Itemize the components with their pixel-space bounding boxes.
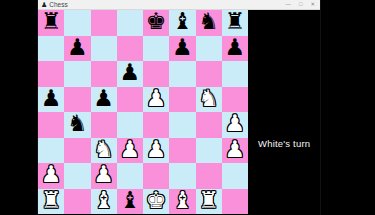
app-icon: ♟ <box>41 1 47 8</box>
square-e1[interactable]: ♚ <box>143 189 169 215</box>
title-bar[interactable]: ♟ Chess — □ ✕ <box>38 0 320 10</box>
square-c8[interactable] <box>91 10 117 36</box>
square-c5[interactable]: ♟ <box>91 87 117 113</box>
square-e3[interactable]: ♟ <box>143 138 169 164</box>
square-f3[interactable] <box>169 138 195 164</box>
square-f2[interactable] <box>169 163 195 189</box>
square-b2[interactable] <box>64 163 90 189</box>
square-h4[interactable]: ♟ <box>222 112 248 138</box>
square-f1[interactable]: ♝ <box>169 189 195 215</box>
square-g8[interactable]: ♞ <box>196 10 222 36</box>
square-h6[interactable] <box>222 61 248 87</box>
square-c6[interactable] <box>91 61 117 87</box>
piece-white-rook: ♜ <box>41 189 62 212</box>
square-e6[interactable] <box>143 61 169 87</box>
piece-black-knight: ♞ <box>198 10 219 33</box>
square-a1[interactable]: ♜ <box>38 189 64 215</box>
square-a4[interactable] <box>38 112 64 138</box>
piece-black-bishop: ♝ <box>120 189 141 212</box>
piece-black-bishop: ♝ <box>172 10 193 33</box>
window-title: Chess <box>49 1 285 8</box>
piece-white-king: ♚ <box>146 189 167 212</box>
square-c3[interactable]: ♞ <box>91 138 117 164</box>
square-a6[interactable] <box>38 61 64 87</box>
square-h7[interactable]: ♟ <box>222 36 248 62</box>
square-h1[interactable] <box>222 189 248 215</box>
piece-white-bishop: ♝ <box>93 189 114 212</box>
square-d5[interactable] <box>117 87 143 113</box>
square-e5[interactable]: ♟ <box>143 87 169 113</box>
piece-white-pawn: ♟ <box>120 138 141 161</box>
square-b6[interactable] <box>64 61 90 87</box>
square-b5[interactable] <box>64 87 90 113</box>
square-a7[interactable] <box>38 36 64 62</box>
piece-black-pawn: ♟ <box>172 36 193 59</box>
square-f7[interactable]: ♟ <box>169 36 195 62</box>
square-d1[interactable]: ♝ <box>117 189 143 215</box>
square-c2[interactable]: ♟ <box>91 163 117 189</box>
square-d3[interactable]: ♟ <box>117 138 143 164</box>
square-b3[interactable] <box>64 138 90 164</box>
square-c4[interactable] <box>91 112 117 138</box>
side-panel: White's turn <box>248 10 320 214</box>
square-b4[interactable]: ♞ <box>64 112 90 138</box>
square-g1[interactable]: ♜ <box>196 189 222 215</box>
square-d8[interactable] <box>117 10 143 36</box>
square-a5[interactable]: ♟ <box>38 87 64 113</box>
piece-black-knight: ♞ <box>67 112 88 135</box>
chess-board: ♜♚♝♞♜♟♟♟♟♟♟♟♞♞♟♞♟♟♟♟♟♜♝♝♚♝♜ <box>38 10 248 214</box>
piece-white-knight: ♞ <box>198 87 219 110</box>
piece-black-king: ♚ <box>146 10 167 33</box>
piece-white-bishop: ♝ <box>172 189 193 212</box>
square-g3[interactable] <box>196 138 222 164</box>
piece-black-rook: ♜ <box>41 10 62 33</box>
piece-black-rook: ♜ <box>225 10 246 33</box>
square-e8[interactable]: ♚ <box>143 10 169 36</box>
piece-black-pawn: ♟ <box>93 87 114 110</box>
turn-indicator: White's turn <box>258 138 310 149</box>
piece-white-pawn: ♟ <box>146 87 167 110</box>
square-h8[interactable]: ♜ <box>222 10 248 36</box>
piece-black-pawn: ♟ <box>120 61 141 84</box>
square-b1[interactable] <box>64 189 90 215</box>
square-d2[interactable] <box>117 163 143 189</box>
square-h5[interactable] <box>222 87 248 113</box>
square-d4[interactable] <box>117 112 143 138</box>
square-g6[interactable] <box>196 61 222 87</box>
piece-white-pawn: ♟ <box>41 163 62 186</box>
square-g7[interactable] <box>196 36 222 62</box>
piece-black-pawn: ♟ <box>225 36 246 59</box>
square-d7[interactable] <box>117 36 143 62</box>
piece-white-pawn: ♟ <box>93 163 114 186</box>
square-e4[interactable] <box>143 112 169 138</box>
square-c1[interactable]: ♝ <box>91 189 117 215</box>
square-b8[interactable] <box>64 10 90 36</box>
window-content: ♜♚♝♞♜♟♟♟♟♟♟♟♞♞♟♞♟♟♟♟♟♜♝♝♚♝♜ White's turn <box>38 10 320 214</box>
piece-black-pawn: ♟ <box>41 87 62 110</box>
square-f4[interactable] <box>169 112 195 138</box>
square-c7[interactable] <box>91 36 117 62</box>
square-g5[interactable]: ♞ <box>196 87 222 113</box>
square-f8[interactable]: ♝ <box>169 10 195 36</box>
square-b7[interactable]: ♟ <box>64 36 90 62</box>
piece-white-knight: ♞ <box>93 138 114 161</box>
piece-white-pawn: ♟ <box>225 112 246 135</box>
piece-white-rook: ♜ <box>198 189 219 212</box>
square-a8[interactable]: ♜ <box>38 10 64 36</box>
square-g2[interactable] <box>196 163 222 189</box>
square-g4[interactable] <box>196 112 222 138</box>
maximize-button[interactable]: □ <box>299 2 302 8</box>
square-a2[interactable]: ♟ <box>38 163 64 189</box>
piece-white-pawn: ♟ <box>225 138 246 161</box>
square-f5[interactable] <box>169 87 195 113</box>
piece-black-pawn: ♟ <box>67 36 88 59</box>
minimize-button[interactable]: — <box>286 2 292 8</box>
square-e2[interactable] <box>143 163 169 189</box>
square-a3[interactable] <box>38 138 64 164</box>
square-f6[interactable] <box>169 61 195 87</box>
chess-app-window: ♟ Chess — □ ✕ ♜♚♝♞♜♟♟♟♟♟♟♟♞♞♟♞♟♟♟♟♟♜♝♝♚♝… <box>38 0 320 215</box>
piece-white-pawn: ♟ <box>146 138 167 161</box>
square-h3[interactable]: ♟ <box>222 138 248 164</box>
close-button[interactable]: ✕ <box>310 2 315 8</box>
square-e7[interactable] <box>143 36 169 62</box>
square-h2[interactable] <box>222 163 248 189</box>
window-controls: — □ ✕ <box>286 2 315 8</box>
square-d6[interactable]: ♟ <box>117 61 143 87</box>
